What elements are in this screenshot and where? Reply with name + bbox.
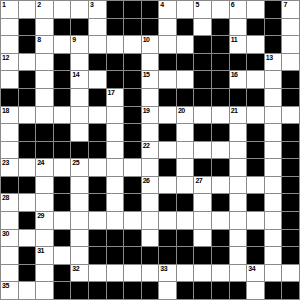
black-cell <box>212 89 229 106</box>
black-cell <box>212 247 229 264</box>
white-cell[interactable] <box>212 142 229 159</box>
clue-number: 8 <box>37 36 40 43</box>
black-cell <box>177 54 194 71</box>
black-cell <box>124 282 141 299</box>
white-cell[interactable] <box>107 142 124 159</box>
black-cell <box>265 19 282 36</box>
white-cell[interactable]: 7 <box>282 1 299 18</box>
white-cell[interactable] <box>230 159 247 176</box>
white-cell[interactable] <box>124 159 141 176</box>
white-cell[interactable] <box>71 107 88 124</box>
black-cell <box>142 282 159 299</box>
white-cell[interactable] <box>194 107 211 124</box>
clue-number: 26 <box>143 177 150 184</box>
white-cell[interactable] <box>107 107 124 124</box>
black-cell <box>194 89 211 106</box>
white-cell[interactable] <box>230 142 247 159</box>
crossword-grid: 1234567891011121314151617181920212223242… <box>0 0 300 300</box>
clue-number: 20 <box>178 107 185 114</box>
clue-number: 29 <box>37 212 44 219</box>
black-cell <box>247 159 264 176</box>
clue-number: 1 <box>2 1 5 8</box>
black-cell <box>107 1 124 18</box>
black-cell <box>19 19 36 36</box>
white-cell[interactable]: 5 <box>194 1 211 18</box>
white-cell[interactable] <box>1 124 18 141</box>
black-cell <box>247 54 264 71</box>
white-cell[interactable] <box>142 54 159 71</box>
white-cell[interactable] <box>107 124 124 141</box>
black-cell <box>282 194 299 211</box>
white-cell[interactable] <box>71 212 88 229</box>
black-cell <box>247 247 264 264</box>
white-cell[interactable] <box>1 19 18 36</box>
black-cell <box>282 71 299 88</box>
clue-number: 7 <box>283 1 286 8</box>
white-cell[interactable] <box>177 142 194 159</box>
white-cell[interactable] <box>194 19 211 36</box>
white-cell[interactable] <box>282 107 299 124</box>
black-cell <box>54 142 71 159</box>
white-cell[interactable] <box>71 194 88 211</box>
white-cell[interactable] <box>36 177 53 194</box>
white-cell[interactable]: 22 <box>142 142 159 159</box>
white-cell[interactable]: 8 <box>36 36 53 53</box>
white-cell[interactable] <box>36 71 53 88</box>
white-cell[interactable] <box>282 19 299 36</box>
white-cell[interactable]: 14 <box>71 71 88 88</box>
white-cell[interactable] <box>247 1 264 18</box>
white-cell[interactable] <box>71 89 88 106</box>
black-cell <box>19 247 36 264</box>
clue-number: 33 <box>160 265 167 272</box>
clue-number: 11 <box>231 36 237 43</box>
white-cell[interactable] <box>265 194 282 211</box>
white-cell[interactable] <box>54 36 71 53</box>
black-cell <box>265 1 282 18</box>
black-cell <box>54 19 71 36</box>
white-cell[interactable] <box>247 212 264 229</box>
black-cell <box>212 159 229 176</box>
white-cell[interactable] <box>54 159 71 176</box>
white-cell[interactable] <box>230 19 247 36</box>
black-cell <box>124 194 141 211</box>
black-cell <box>124 54 141 71</box>
white-cell[interactable] <box>89 71 106 88</box>
white-cell[interactable] <box>230 194 247 211</box>
white-cell[interactable] <box>124 265 141 282</box>
white-cell[interactable] <box>230 212 247 229</box>
white-cell[interactable] <box>230 265 247 282</box>
white-cell[interactable]: 32 <box>71 265 88 282</box>
black-cell <box>177 247 194 264</box>
white-cell[interactable]: 19 <box>142 107 159 124</box>
white-cell[interactable]: 17 <box>107 89 124 106</box>
black-cell <box>19 212 36 229</box>
white-cell[interactable] <box>36 265 53 282</box>
clue-number: 24 <box>37 159 44 166</box>
black-cell <box>194 159 211 176</box>
black-cell <box>124 124 141 141</box>
white-cell[interactable]: 4 <box>159 1 176 18</box>
white-cell[interactable] <box>19 107 36 124</box>
white-cell[interactable]: 16 <box>230 71 247 88</box>
clue-number: 16 <box>231 71 238 78</box>
clue-number: 31 <box>37 247 44 254</box>
white-cell[interactable]: 12 <box>1 54 18 71</box>
black-cell <box>230 54 247 71</box>
white-cell[interactable]: 15 <box>142 71 159 88</box>
black-cell <box>19 177 36 194</box>
black-cell <box>54 230 71 247</box>
black-cell <box>89 54 106 71</box>
white-cell[interactable] <box>265 247 282 264</box>
white-cell[interactable] <box>1 36 18 53</box>
black-cell <box>159 124 176 141</box>
white-cell[interactable] <box>159 282 176 299</box>
black-cell <box>19 36 36 53</box>
black-cell <box>247 230 264 247</box>
white-cell[interactable] <box>71 247 88 264</box>
white-cell[interactable] <box>194 212 211 229</box>
clue-number: 21 <box>231 107 238 114</box>
white-cell[interactable]: 9 <box>71 36 88 53</box>
clue-number: 12 <box>2 54 9 61</box>
black-cell <box>89 177 106 194</box>
white-cell[interactable] <box>212 212 229 229</box>
white-cell[interactable]: 3 <box>89 1 106 18</box>
white-cell[interactable] <box>247 71 264 88</box>
black-cell <box>212 230 229 247</box>
black-cell <box>124 71 141 88</box>
black-cell <box>142 1 159 18</box>
white-cell[interactable] <box>230 124 247 141</box>
white-cell[interactable] <box>71 124 88 141</box>
white-cell[interactable] <box>212 107 229 124</box>
white-cell[interactable]: 13 <box>265 54 282 71</box>
black-cell <box>159 89 176 106</box>
black-cell <box>159 194 176 211</box>
clue-number: 2 <box>37 1 40 8</box>
black-cell <box>19 142 36 159</box>
clue-number: 25 <box>72 159 79 166</box>
white-cell[interactable] <box>265 124 282 141</box>
white-cell[interactable] <box>71 177 88 194</box>
black-cell <box>282 124 299 141</box>
black-cell <box>89 89 106 106</box>
white-cell[interactable] <box>177 71 194 88</box>
black-cell <box>177 194 194 211</box>
black-cell <box>1 177 18 194</box>
black-cell <box>282 159 299 176</box>
white-cell[interactable] <box>265 89 282 106</box>
white-cell[interactable] <box>212 265 229 282</box>
white-cell[interactable] <box>142 159 159 176</box>
white-cell[interactable] <box>247 36 264 53</box>
white-cell[interactable] <box>36 19 53 36</box>
black-cell <box>230 282 247 299</box>
white-cell[interactable] <box>247 107 264 124</box>
white-cell[interactable] <box>124 36 141 53</box>
white-cell[interactable]: 27 <box>194 177 211 194</box>
black-cell <box>282 230 299 247</box>
white-cell[interactable] <box>282 36 299 53</box>
black-cell <box>159 159 176 176</box>
white-cell[interactable] <box>194 230 211 247</box>
black-cell <box>36 142 53 159</box>
white-cell[interactable] <box>107 36 124 53</box>
black-cell <box>212 54 229 71</box>
white-cell[interactable] <box>89 19 106 36</box>
white-cell[interactable] <box>159 71 176 88</box>
white-cell[interactable] <box>142 194 159 211</box>
white-cell[interactable] <box>1 265 18 282</box>
white-cell[interactable] <box>247 282 264 299</box>
clue-number: 23 <box>2 159 9 166</box>
white-cell[interactable]: 35 <box>1 282 18 299</box>
white-cell[interactable] <box>107 177 124 194</box>
white-cell[interactable] <box>247 177 264 194</box>
white-cell[interactable]: 2 <box>36 1 53 18</box>
black-cell <box>212 124 229 141</box>
white-cell[interactable] <box>177 36 194 53</box>
white-cell[interactable] <box>54 247 71 264</box>
white-cell[interactable] <box>36 282 53 299</box>
white-cell[interactable] <box>107 194 124 211</box>
black-cell <box>124 1 141 18</box>
black-cell <box>282 177 299 194</box>
white-cell[interactable] <box>265 159 282 176</box>
white-cell[interactable] <box>1 212 18 229</box>
white-cell[interactable] <box>142 212 159 229</box>
white-cell[interactable] <box>19 159 36 176</box>
white-cell[interactable] <box>265 142 282 159</box>
white-cell[interactable] <box>282 54 299 71</box>
black-cell <box>212 282 229 299</box>
white-cell[interactable] <box>54 107 71 124</box>
white-cell[interactable] <box>36 194 53 211</box>
white-cell[interactable] <box>212 1 229 18</box>
black-cell <box>265 36 282 53</box>
black-cell <box>159 54 176 71</box>
white-cell[interactable] <box>36 107 53 124</box>
clue-number: 30 <box>2 230 9 237</box>
white-cell[interactable]: 18 <box>1 107 18 124</box>
white-cell[interactable] <box>230 230 247 247</box>
white-cell[interactable] <box>177 177 194 194</box>
black-cell <box>124 89 141 106</box>
white-cell[interactable]: 23 <box>1 159 18 176</box>
white-cell[interactable] <box>71 1 88 18</box>
white-cell[interactable] <box>265 212 282 229</box>
white-cell[interactable] <box>177 159 194 176</box>
black-cell <box>107 247 124 264</box>
black-cell <box>54 282 71 299</box>
white-cell[interactable] <box>89 159 106 176</box>
white-cell[interactable]: 29 <box>36 212 53 229</box>
white-cell[interactable]: 11 <box>230 36 247 53</box>
white-cell[interactable] <box>89 212 106 229</box>
white-cell[interactable]: 6 <box>230 1 247 18</box>
black-cell <box>282 212 299 229</box>
black-cell <box>177 19 194 36</box>
black-cell <box>177 230 194 247</box>
black-cell <box>71 142 88 159</box>
white-cell[interactable]: 31 <box>36 247 53 264</box>
white-cell[interactable]: 34 <box>247 265 264 282</box>
black-cell <box>54 71 71 88</box>
black-cell <box>89 282 106 299</box>
clue-number: 14 <box>72 71 79 78</box>
white-cell[interactable] <box>177 124 194 141</box>
white-cell[interactable] <box>36 230 53 247</box>
white-cell[interactable] <box>107 212 124 229</box>
white-cell[interactable] <box>19 230 36 247</box>
black-cell <box>159 230 176 247</box>
white-cell[interactable] <box>107 159 124 176</box>
black-cell <box>54 89 71 106</box>
clue-number: 13 <box>266 54 273 61</box>
white-cell[interactable] <box>159 36 176 53</box>
black-cell <box>107 54 124 71</box>
white-cell[interactable] <box>265 265 282 282</box>
white-cell[interactable] <box>194 194 211 211</box>
white-cell[interactable] <box>54 1 71 18</box>
white-cell[interactable]: 30 <box>1 230 18 247</box>
black-cell <box>19 265 36 282</box>
black-cell <box>36 124 53 141</box>
clue-number: 17 <box>108 89 115 96</box>
black-cell <box>54 124 71 141</box>
clue-number: 5 <box>195 1 198 8</box>
white-cell[interactable] <box>19 194 36 211</box>
white-cell[interactable] <box>1 142 18 159</box>
white-cell[interactable] <box>265 107 282 124</box>
white-cell[interactable] <box>159 142 176 159</box>
black-cell <box>124 142 141 159</box>
white-cell[interactable] <box>124 212 141 229</box>
black-cell <box>54 177 71 194</box>
black-cell <box>212 36 229 53</box>
white-cell[interactable] <box>230 177 247 194</box>
white-cell[interactable]: 20 <box>177 107 194 124</box>
black-cell <box>247 89 264 106</box>
black-cell <box>142 247 159 264</box>
white-cell[interactable] <box>265 177 282 194</box>
black-cell <box>142 19 159 36</box>
white-cell[interactable] <box>159 212 176 229</box>
white-cell[interactable] <box>194 142 211 159</box>
white-cell[interactable] <box>142 124 159 141</box>
white-cell[interactable] <box>142 265 159 282</box>
white-cell[interactable] <box>177 265 194 282</box>
black-cell <box>89 230 106 247</box>
clue-number: 22 <box>143 142 150 149</box>
black-cell <box>19 124 36 141</box>
white-cell[interactable] <box>19 54 36 71</box>
black-cell <box>124 247 141 264</box>
white-cell[interactable] <box>71 230 88 247</box>
white-cell[interactable] <box>159 107 176 124</box>
white-cell[interactable]: 26 <box>142 177 159 194</box>
white-cell[interactable]: 10 <box>142 36 159 53</box>
black-cell <box>1 89 18 106</box>
black-cell <box>194 124 211 141</box>
black-cell <box>107 71 124 88</box>
black-cell <box>194 54 211 71</box>
white-cell[interactable]: 24 <box>36 159 53 176</box>
white-cell[interactable] <box>142 89 159 106</box>
white-cell[interactable] <box>54 212 71 229</box>
white-cell[interactable] <box>212 177 229 194</box>
white-cell[interactable] <box>107 265 124 282</box>
black-cell <box>194 282 211 299</box>
white-cell[interactable] <box>89 265 106 282</box>
white-cell[interactable] <box>230 247 247 264</box>
white-cell[interactable] <box>142 230 159 247</box>
black-cell <box>124 19 141 36</box>
black-cell <box>89 142 106 159</box>
white-cell[interactable] <box>265 230 282 247</box>
white-cell[interactable] <box>194 265 211 282</box>
black-cell <box>71 282 88 299</box>
white-cell[interactable] <box>177 1 194 18</box>
white-cell[interactable] <box>36 54 53 71</box>
black-cell <box>282 247 299 264</box>
black-cell <box>19 89 36 106</box>
black-cell <box>282 282 299 299</box>
black-cell <box>230 89 247 106</box>
white-cell[interactable]: 1 <box>1 1 18 18</box>
black-cell <box>54 194 71 211</box>
white-cell[interactable] <box>159 177 176 194</box>
black-cell <box>124 177 141 194</box>
white-cell[interactable] <box>36 89 53 106</box>
white-cell[interactable]: 28 <box>1 194 18 211</box>
clue-number: 4 <box>160 1 163 8</box>
clue-number: 28 <box>2 194 9 201</box>
white-cell[interactable]: 25 <box>71 159 88 176</box>
white-cell[interactable] <box>159 19 176 36</box>
clue-number: 35 <box>2 282 9 289</box>
black-cell <box>54 54 71 71</box>
black-cell <box>194 71 211 88</box>
white-cell[interactable] <box>19 1 36 18</box>
black-cell <box>71 19 88 36</box>
white-cell[interactable] <box>1 247 18 264</box>
black-cell <box>54 265 71 282</box>
black-cell <box>19 71 36 88</box>
black-cell <box>212 19 229 36</box>
white-cell[interactable] <box>89 107 106 124</box>
black-cell <box>89 247 106 264</box>
black-cell <box>194 247 211 264</box>
white-cell[interactable]: 33 <box>159 265 176 282</box>
white-cell[interactable] <box>71 54 88 71</box>
black-cell <box>212 194 229 211</box>
clue-number: 3 <box>90 1 93 8</box>
black-cell <box>247 19 264 36</box>
white-cell[interactable] <box>265 71 282 88</box>
black-cell <box>247 194 264 211</box>
white-cell[interactable] <box>177 212 194 229</box>
white-cell[interactable] <box>19 282 36 299</box>
white-cell[interactable] <box>1 71 18 88</box>
black-cell <box>194 36 211 53</box>
white-cell[interactable] <box>89 36 106 53</box>
white-cell[interactable]: 21 <box>230 107 247 124</box>
white-cell[interactable] <box>282 265 299 282</box>
